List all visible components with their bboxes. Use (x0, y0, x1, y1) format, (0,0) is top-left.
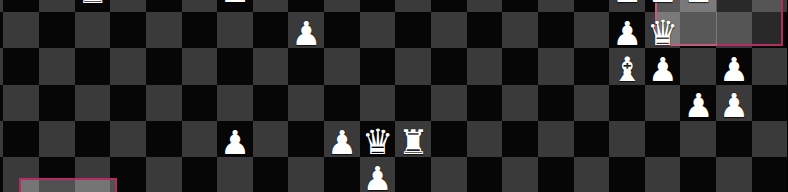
board-square[interactable] (110, 121, 146, 157)
board-square[interactable] (752, 48, 788, 84)
board-square[interactable] (75, 12, 111, 48)
white-pawn[interactable]: ♟ (217, 0, 253, 9)
board-square[interactable] (217, 85, 253, 121)
board-square[interactable] (146, 48, 182, 84)
board-square[interactable] (467, 48, 503, 84)
board-square[interactable] (3, 0, 39, 12)
board-square[interactable] (110, 0, 146, 12)
board-square[interactable] (538, 12, 574, 48)
board-square[interactable] (217, 12, 253, 48)
board-square[interactable] (324, 12, 360, 48)
board-square[interactable] (395, 12, 431, 48)
board-square[interactable] (146, 121, 182, 157)
board-square[interactable] (110, 48, 146, 84)
board-square[interactable] (574, 121, 610, 157)
board-square[interactable] (39, 85, 75, 121)
board-square[interactable] (288, 85, 324, 121)
board-square[interactable] (39, 48, 75, 84)
board-square[interactable] (182, 121, 218, 157)
board-square[interactable] (146, 12, 182, 48)
board-square[interactable] (3, 12, 39, 48)
board-square[interactable] (609, 157, 645, 192)
white-pawn[interactable]: ♟ (716, 87, 752, 124)
board-square[interactable] (324, 48, 360, 84)
board-square[interactable] (110, 85, 146, 121)
board-square[interactable] (502, 121, 538, 157)
board-square[interactable] (574, 157, 610, 192)
board-square[interactable] (360, 12, 396, 48)
board-square[interactable] (502, 157, 538, 192)
board-square[interactable] (752, 157, 788, 192)
board-square[interactable] (110, 12, 146, 48)
board-square[interactable] (146, 85, 182, 121)
board-square[interactable] (502, 12, 538, 48)
board-square[interactable] (324, 0, 360, 12)
board-square[interactable] (75, 121, 111, 157)
board-square[interactable] (182, 85, 218, 121)
board-square[interactable] (609, 85, 645, 121)
chess-board-screenshot: ♜♟♟♟♟♟♟♛♝♟♟♟♟♟♟♛♜♟ (0, 0, 788, 192)
board-square[interactable] (716, 121, 752, 157)
white-pawn[interactable]: ♟ (609, 15, 645, 52)
board-square[interactable] (39, 12, 75, 48)
board-square[interactable] (182, 157, 218, 192)
board-square[interactable] (645, 121, 681, 157)
board-square[interactable] (395, 0, 431, 12)
board-square[interactable] (431, 85, 467, 121)
board-square[interactable] (39, 121, 75, 157)
board-square[interactable] (574, 48, 610, 84)
board-square[interactable] (680, 157, 716, 192)
white-rook[interactable]: ♜ (74, 0, 110, 9)
white-pawn[interactable]: ♟ (324, 124, 360, 161)
board-square[interactable] (360, 48, 396, 84)
board-square[interactable] (3, 85, 39, 121)
white-pawn[interactable]: ♟ (645, 0, 681, 9)
white-queen[interactable]: ♛ (645, 15, 681, 52)
board-square[interactable] (502, 48, 538, 84)
board-square[interactable] (3, 121, 39, 157)
board-square[interactable] (574, 12, 610, 48)
board-square[interactable] (431, 48, 467, 84)
board-square[interactable] (182, 0, 218, 12)
white-pawn[interactable]: ♟ (716, 51, 752, 88)
board-square[interactable] (253, 157, 289, 192)
board-square[interactable] (645, 157, 681, 192)
board-square[interactable] (538, 85, 574, 121)
board-square[interactable] (395, 48, 431, 84)
board-square[interactable] (360, 0, 396, 12)
board-square[interactable] (3, 48, 39, 84)
white-pawn[interactable]: ♟ (360, 160, 396, 192)
board-square[interactable] (395, 157, 431, 192)
board-square[interactable] (645, 85, 681, 121)
white-queen[interactable]: ♛ (360, 124, 396, 161)
board-square[interactable] (431, 157, 467, 192)
board-square[interactable] (680, 48, 716, 84)
board-square[interactable] (467, 157, 503, 192)
white-pawn[interactable]: ♟ (217, 124, 253, 161)
board-square[interactable] (182, 12, 218, 48)
board-square[interactable] (75, 85, 111, 121)
board-square[interactable] (680, 121, 716, 157)
board-square[interactable] (324, 85, 360, 121)
board-square[interactable] (288, 0, 324, 12)
board-square[interactable] (431, 121, 467, 157)
board-square[interactable] (146, 157, 182, 192)
board-square[interactable] (538, 121, 574, 157)
board-square[interactable] (538, 157, 574, 192)
bottom-left-box (19, 178, 118, 192)
board-square[interactable] (538, 0, 574, 12)
board-square[interactable] (253, 0, 289, 12)
board-square[interactable] (288, 157, 324, 192)
board-square[interactable] (253, 12, 289, 48)
board-square[interactable] (431, 0, 467, 12)
board-square[interactable] (609, 121, 645, 157)
board-square[interactable] (360, 85, 396, 121)
white-pawn[interactable]: ♟ (288, 15, 324, 52)
white-rook[interactable]: ♜ (395, 124, 431, 161)
board-square[interactable] (253, 121, 289, 157)
board-square[interactable] (538, 48, 574, 84)
board-square[interactable] (146, 0, 182, 12)
board-square[interactable] (217, 48, 253, 84)
board-square[interactable] (324, 157, 360, 192)
board-square[interactable] (395, 85, 431, 121)
board-square[interactable] (431, 12, 467, 48)
board-square[interactable] (502, 0, 538, 12)
board-square[interactable] (182, 48, 218, 84)
board-square[interactable] (752, 121, 788, 157)
board-square[interactable] (217, 157, 253, 192)
board-square[interactable] (716, 157, 752, 192)
white-pawn[interactable]: ♟ (680, 0, 716, 9)
board-square[interactable] (574, 0, 610, 12)
white-pawn[interactable]: ♟ (609, 0, 645, 9)
board-square[interactable] (288, 48, 324, 84)
board-square[interactable] (467, 85, 503, 121)
board-square[interactable] (39, 0, 75, 12)
board-square[interactable] (75, 48, 111, 84)
board-square[interactable] (467, 0, 503, 12)
board-square[interactable] (467, 121, 503, 157)
white-pawn[interactable]: ♟ (645, 51, 681, 88)
board-square[interactable] (502, 85, 538, 121)
board-square[interactable] (253, 85, 289, 121)
board-square[interactable] (574, 85, 610, 121)
board-square[interactable] (288, 121, 324, 157)
board-square[interactable] (253, 48, 289, 84)
white-bishop[interactable]: ♝ (609, 51, 645, 88)
board-square[interactable] (752, 85, 788, 121)
white-pawn[interactable]: ♟ (680, 87, 716, 124)
board-square[interactable] (467, 12, 503, 48)
